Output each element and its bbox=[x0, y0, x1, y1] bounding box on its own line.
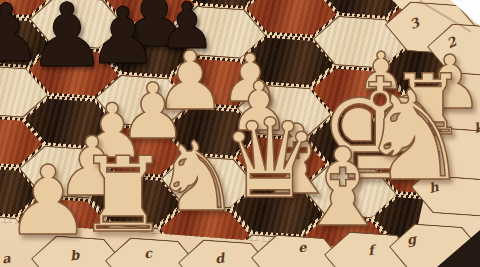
white-pawn[interactable]: ♟ bbox=[5, 153, 91, 249]
hex-chess-board-photo: abcdefghik32 ♟♟♟♟♟♟♟♟♜♟♟♞♟♟♛♝♝♚♞♟♜♟ bbox=[0, 0, 480, 267]
file-label-d: d bbox=[214, 250, 225, 266]
black-pawn[interactable]: ♟ bbox=[28, 0, 107, 80]
white-bishop[interactable]: ♝ bbox=[295, 134, 392, 242]
